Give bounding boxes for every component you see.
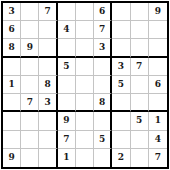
cell-r4c8[interactable]: 7	[131, 58, 149, 76]
cell-r6c7[interactable]	[112, 94, 130, 112]
given-digit: 1	[8, 80, 14, 89]
cell-r1c9[interactable]: 9	[149, 3, 167, 21]
cell-r9c2[interactable]	[21, 149, 39, 167]
given-digit: 7	[155, 153, 161, 162]
cell-r7c9[interactable]: 1	[149, 112, 167, 130]
cell-r8c9[interactable]: 4	[149, 131, 167, 149]
sudoku-page: 376964789353718567389517549127	[0, 0, 170, 170]
cell-r4c1[interactable]	[3, 58, 21, 76]
cell-r1c2[interactable]	[21, 3, 39, 21]
cell-r9c5[interactable]	[76, 149, 94, 167]
cell-r2c3[interactable]	[39, 21, 57, 39]
cell-r9c8[interactable]	[131, 149, 149, 167]
cell-r6c5[interactable]	[76, 94, 94, 112]
cell-r9c1[interactable]: 9	[3, 149, 21, 167]
given-digit: 9	[8, 153, 14, 162]
cell-r8c3[interactable]	[39, 131, 57, 149]
given-digit: 8	[44, 80, 50, 89]
given-digit: 1	[155, 116, 161, 125]
cell-r3c9[interactable]	[149, 39, 167, 57]
cell-r6c1[interactable]	[3, 94, 21, 112]
cell-r6c4[interactable]	[58, 94, 76, 112]
given-digit: 4	[155, 135, 161, 144]
cell-r8c7[interactable]	[112, 131, 130, 149]
cell-r2c4[interactable]: 4	[58, 21, 76, 39]
cell-r5c5[interactable]	[76, 76, 94, 94]
given-digit: 7	[27, 98, 33, 107]
given-digit: 7	[63, 135, 69, 144]
cell-r3c8[interactable]	[131, 39, 149, 57]
cell-r6c3[interactable]: 3	[39, 94, 57, 112]
cell-r7c8[interactable]: 5	[131, 112, 149, 130]
cell-r8c2[interactable]	[21, 131, 39, 149]
cell-r3c1[interactable]: 8	[3, 39, 21, 57]
given-digit: 1	[63, 153, 69, 162]
cell-r4c6[interactable]	[94, 58, 112, 76]
cell-r2c5[interactable]	[76, 21, 94, 39]
given-digit: 7	[136, 62, 142, 71]
cell-r8c1[interactable]	[3, 131, 21, 149]
given-digit: 6	[8, 25, 14, 34]
cell-r6c8[interactable]	[131, 94, 149, 112]
cell-r5c2[interactable]	[21, 76, 39, 94]
cell-r1c7[interactable]	[112, 3, 130, 21]
cell-r4c2[interactable]	[21, 58, 39, 76]
given-digit: 9	[155, 7, 161, 16]
cell-r1c3[interactable]: 7	[39, 3, 57, 21]
cell-r2c7[interactable]	[112, 21, 130, 39]
cell-r8c6[interactable]: 5	[94, 131, 112, 149]
cell-r7c4[interactable]: 9	[58, 112, 76, 130]
cell-r3c7[interactable]	[112, 39, 130, 57]
cell-r2c6[interactable]: 7	[94, 21, 112, 39]
cell-r8c5[interactable]	[76, 131, 94, 149]
cell-r7c1[interactable]	[3, 112, 21, 130]
given-digit: 3	[44, 98, 50, 107]
cell-r3c4[interactable]	[58, 39, 76, 57]
cell-r9c4[interactable]: 1	[58, 149, 76, 167]
cell-r7c7[interactable]	[112, 112, 130, 130]
cell-r1c4[interactable]	[58, 3, 76, 21]
given-digit: 6	[155, 80, 161, 89]
cell-r6c6[interactable]: 8	[94, 94, 112, 112]
cell-r9c3[interactable]	[39, 149, 57, 167]
given-digit: 8	[99, 98, 105, 107]
given-digit: 3	[118, 62, 124, 71]
cell-r1c1[interactable]: 3	[3, 3, 21, 21]
cell-r7c5[interactable]	[76, 112, 94, 130]
cell-r7c2[interactable]	[21, 112, 39, 130]
cell-r3c5[interactable]	[76, 39, 94, 57]
cell-r6c2[interactable]: 7	[21, 94, 39, 112]
given-digit: 2	[118, 153, 124, 162]
cell-r4c5[interactable]	[76, 58, 94, 76]
cell-r9c6[interactable]	[94, 149, 112, 167]
cell-r4c3[interactable]	[39, 58, 57, 76]
cell-r1c8[interactable]	[131, 3, 149, 21]
given-digit: 9	[27, 43, 33, 52]
given-digit: 5	[136, 116, 142, 125]
cell-r2c8[interactable]	[131, 21, 149, 39]
cell-r1c6[interactable]: 6	[94, 3, 112, 21]
cell-r6c9[interactable]	[149, 94, 167, 112]
given-digit: 7	[44, 7, 50, 16]
cell-r5c1[interactable]: 1	[3, 76, 21, 94]
cell-r4c7[interactable]: 3	[112, 58, 130, 76]
sudoku-board: 376964789353718567389517549127	[1, 1, 169, 169]
given-digit: 5	[99, 135, 105, 144]
cell-r5c6[interactable]	[94, 76, 112, 94]
cell-r5c8[interactable]	[131, 76, 149, 94]
cell-r1c5[interactable]	[76, 3, 94, 21]
cell-r4c9[interactable]	[149, 58, 167, 76]
cell-r5c4[interactable]	[58, 76, 76, 94]
cell-r5c9[interactable]: 6	[149, 76, 167, 94]
cell-r7c3[interactable]	[39, 112, 57, 130]
cell-r5c7[interactable]: 5	[112, 76, 130, 94]
given-digit: 3	[99, 43, 105, 52]
cell-r9c9[interactable]: 7	[149, 149, 167, 167]
cell-r9c7[interactable]: 2	[112, 149, 130, 167]
given-digit: 3	[8, 7, 14, 16]
given-digit: 5	[118, 80, 124, 89]
given-digit: 5	[63, 62, 69, 71]
cell-r5c3[interactable]: 8	[39, 76, 57, 94]
cell-r7c6[interactable]	[94, 112, 112, 130]
given-digit: 6	[99, 7, 105, 16]
given-digit: 4	[63, 25, 69, 34]
cell-r3c6[interactable]: 3	[94, 39, 112, 57]
cell-r2c9[interactable]	[149, 21, 167, 39]
cell-r2c1[interactable]: 6	[3, 21, 21, 39]
given-digit: 9	[63, 116, 69, 125]
cell-r8c4[interactable]: 7	[58, 131, 76, 149]
cell-r2c2[interactable]	[21, 21, 39, 39]
cell-r4c4[interactable]: 5	[58, 58, 76, 76]
given-digit: 8	[8, 43, 14, 52]
given-digit: 7	[99, 25, 105, 34]
cell-r8c8[interactable]	[131, 131, 149, 149]
cell-r3c2[interactable]: 9	[21, 39, 39, 57]
cell-r3c3[interactable]	[39, 39, 57, 57]
